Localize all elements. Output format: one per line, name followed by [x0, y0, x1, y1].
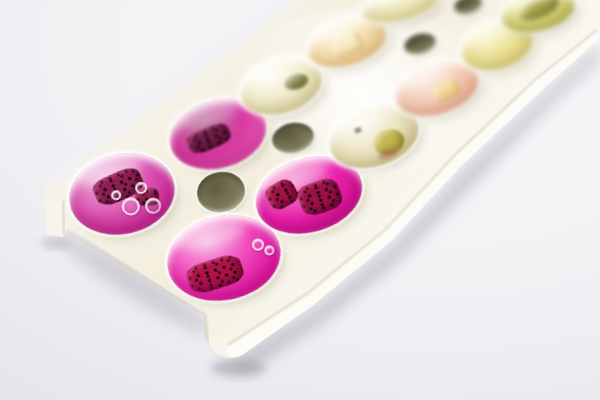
vent-hole-4	[452, 0, 484, 17]
vent-hole-1	[194, 168, 248, 216]
photo-background	[0, 0, 600, 400]
vent-hole-2	[269, 119, 316, 157]
vent-hole-3	[402, 30, 438, 58]
wells-layer	[0, 0, 600, 400]
liquid-shade	[62, 144, 182, 244]
pit-far-1[interactable]	[62, 144, 182, 244]
